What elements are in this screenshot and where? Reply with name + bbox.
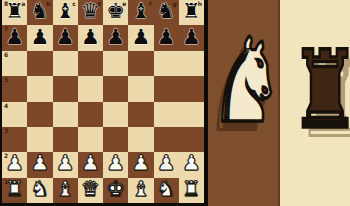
square-d6[interactable] (78, 51, 103, 76)
black-pawn[interactable]: ♟ (182, 27, 201, 48)
square-b8[interactable]: b♞ (27, 0, 52, 25)
white-king[interactable]: ♚ (106, 179, 125, 200)
white-knight[interactable]: ♞ (30, 179, 49, 200)
square-b4[interactable] (27, 102, 52, 127)
square-e8[interactable]: e♚ (103, 0, 128, 25)
square-e5[interactable] (103, 76, 128, 101)
white-pawn[interactable]: ♟ (182, 153, 201, 174)
white-pawn[interactable]: ♟ (81, 153, 100, 174)
square-b6[interactable] (27, 51, 52, 76)
square-e7[interactable]: ♟ (103, 25, 128, 50)
rank-label-3: 3 (4, 128, 8, 134)
square-a5[interactable]: 5 (2, 76, 27, 101)
white-pawn[interactable]: ♟ (157, 153, 176, 174)
square-b1[interactable]: ♞ (27, 178, 52, 203)
black-pawn[interactable]: ♟ (131, 27, 150, 48)
white-pawn[interactable]: ♟ (131, 153, 150, 174)
square-c6[interactable] (53, 51, 78, 76)
square-a2[interactable]: 2♟ (2, 152, 27, 177)
white-rook[interactable]: ♜ (5, 179, 24, 200)
square-h2[interactable]: ♟ (179, 152, 204, 177)
square-f5[interactable] (128, 76, 153, 101)
black-bishop[interactable]: ♝ (131, 1, 150, 22)
square-g5[interactable] (154, 76, 179, 101)
white-queen[interactable]: ♛ (81, 179, 100, 200)
panel-brown-half: ♞ (208, 0, 280, 206)
square-f8[interactable]: f♝ (128, 0, 153, 25)
black-bishop[interactable]: ♝ (56, 1, 75, 22)
screenshot: 8a♜b♞c♝d♛e♚f♝g♞h♜7♟♟♟♟♟♟♟♟65432♟♟♟♟♟♟♟♟1… (0, 0, 350, 206)
square-h1[interactable]: ♜ (179, 178, 204, 203)
black-pawn[interactable]: ♟ (5, 27, 24, 48)
black-rook[interactable]: ♜ (5, 1, 24, 22)
square-d7[interactable]: ♟ (78, 25, 103, 50)
square-f1[interactable]: ♝ (128, 178, 153, 203)
black-queen[interactable]: ♛ (81, 1, 100, 22)
decorative-dark-rook-icon: ♜ (290, 36, 350, 144)
square-g4[interactable] (154, 102, 179, 127)
square-c3[interactable] (53, 127, 78, 152)
square-g2[interactable]: ♟ (154, 152, 179, 177)
rank-label-6: 6 (4, 52, 8, 58)
square-h8[interactable]: h♜ (179, 0, 204, 25)
square-a3[interactable]: 3 (2, 127, 27, 152)
white-knight[interactable]: ♞ (157, 179, 176, 200)
square-f4[interactable] (128, 102, 153, 127)
white-rook[interactable]: ♜ (182, 179, 201, 200)
square-b3[interactable] (27, 127, 52, 152)
square-e6[interactable] (103, 51, 128, 76)
white-pawn[interactable]: ♟ (30, 153, 49, 174)
square-e3[interactable] (103, 127, 128, 152)
square-c7[interactable]: ♟ (53, 25, 78, 50)
square-d4[interactable] (78, 102, 103, 127)
square-c1[interactable]: ♝ (53, 178, 78, 203)
square-f7[interactable]: ♟ (128, 25, 153, 50)
square-g8[interactable]: g♞ (154, 0, 179, 25)
square-a7[interactable]: 7♟ (2, 25, 27, 50)
black-pawn[interactable]: ♟ (106, 27, 125, 48)
square-f6[interactable] (128, 51, 153, 76)
square-f2[interactable]: ♟ (128, 152, 153, 177)
square-e4[interactable] (103, 102, 128, 127)
chess-board-frame: 8a♜b♞c♝d♛e♚f♝g♞h♜7♟♟♟♟♟♟♟♟65432♟♟♟♟♟♟♟♟1… (0, 0, 208, 206)
black-pawn[interactable]: ♟ (30, 27, 49, 48)
square-a4[interactable]: 4 (2, 102, 27, 127)
square-b5[interactable] (27, 76, 52, 101)
square-g6[interactable] (154, 51, 179, 76)
square-e1[interactable]: ♚ (103, 178, 128, 203)
square-h7[interactable]: ♟ (179, 25, 204, 50)
white-pawn[interactable]: ♟ (5, 153, 24, 174)
square-a6[interactable]: 6 (2, 51, 27, 76)
square-d2[interactable]: ♟ (78, 152, 103, 177)
square-a1[interactable]: 1♜ (2, 178, 27, 203)
square-b2[interactable]: ♟ (27, 152, 52, 177)
square-h5[interactable] (179, 76, 204, 101)
square-d1[interactable]: ♛ (78, 178, 103, 203)
square-c4[interactable] (53, 102, 78, 127)
square-e2[interactable]: ♟ (103, 152, 128, 177)
square-a8[interactable]: 8a♜ (2, 0, 27, 25)
panel-cream-half: ♜ (280, 0, 350, 206)
white-bishop[interactable]: ♝ (131, 179, 150, 200)
decorative-white-knight-icon: ♞ (208, 22, 284, 138)
square-f3[interactable] (128, 127, 153, 152)
decorative-panel: ♞ ♜ (208, 0, 350, 206)
square-h3[interactable] (179, 127, 204, 152)
square-g7[interactable]: ♟ (154, 25, 179, 50)
square-g3[interactable] (154, 127, 179, 152)
square-h4[interactable] (179, 102, 204, 127)
black-pawn[interactable]: ♟ (81, 27, 100, 48)
chess-board[interactable]: 8a♜b♞c♝d♛e♚f♝g♞h♜7♟♟♟♟♟♟♟♟65432♟♟♟♟♟♟♟♟1… (2, 0, 204, 203)
square-d3[interactable] (78, 127, 103, 152)
square-d5[interactable] (78, 76, 103, 101)
white-pawn[interactable]: ♟ (56, 153, 75, 174)
black-knight[interactable]: ♞ (30, 1, 49, 22)
white-bishop[interactable]: ♝ (56, 179, 75, 200)
square-h6[interactable] (179, 51, 204, 76)
square-c5[interactable] (53, 76, 78, 101)
square-b7[interactable]: ♟ (27, 25, 52, 50)
black-king[interactable]: ♚ (106, 1, 125, 22)
black-pawn[interactable]: ♟ (157, 27, 176, 48)
black-rook[interactable]: ♜ (182, 1, 201, 22)
square-c2[interactable]: ♟ (53, 152, 78, 177)
square-g1[interactable]: ♞ (154, 178, 179, 203)
square-c8[interactable]: c♝ (53, 0, 78, 25)
white-pawn[interactable]: ♟ (106, 153, 125, 174)
square-d8[interactable]: d♛ (78, 0, 103, 25)
black-pawn[interactable]: ♟ (56, 27, 75, 48)
rank-label-5: 5 (4, 77, 8, 83)
rank-label-4: 4 (4, 103, 8, 109)
black-knight[interactable]: ♞ (157, 1, 176, 22)
